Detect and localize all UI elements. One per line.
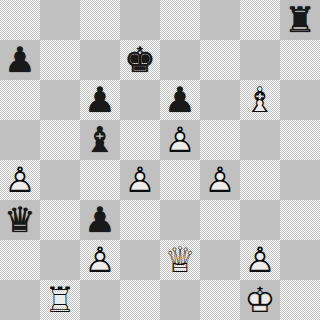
square-d7[interactable]: ♚ — [120, 40, 160, 80]
square-c7[interactable] — [80, 40, 120, 80]
black-bishop-piece[interactable]: ♝ — [80, 120, 120, 160]
square-d8[interactable] — [120, 0, 160, 40]
square-g2[interactable]: ♟♙ — [240, 240, 280, 280]
square-a2[interactable] — [0, 240, 40, 280]
square-g3[interactable] — [240, 200, 280, 240]
square-c4[interactable] — [80, 160, 120, 200]
square-c3[interactable]: ♟ — [80, 200, 120, 240]
square-g6[interactable]: ♝♗ — [240, 80, 280, 120]
square-f6[interactable] — [200, 80, 240, 120]
black-pawn-piece-glyph: ♟ — [80, 80, 120, 120]
square-c5[interactable]: ♝ — [80, 120, 120, 160]
square-f4[interactable]: ♟♙ — [200, 160, 240, 200]
white-queen-piece[interactable]: ♛♕ — [160, 240, 200, 280]
square-g8[interactable] — [240, 0, 280, 40]
square-g7[interactable] — [240, 40, 280, 80]
black-pawn-piece-glyph: ♟ — [160, 80, 200, 120]
white-king-piece[interactable]: ♚♔ — [240, 280, 280, 320]
white-pawn-piece-outline-layer: ♙ — [240, 240, 280, 280]
square-a7[interactable]: ♟ — [0, 40, 40, 80]
white-pawn-piece-outline-layer: ♙ — [200, 160, 240, 200]
square-e5[interactable]: ♟♙ — [160, 120, 200, 160]
square-h7[interactable] — [280, 40, 320, 80]
square-f8[interactable] — [200, 0, 240, 40]
white-king-piece-outline-layer: ♔ — [240, 280, 280, 320]
white-rook-piece-outline-layer: ♖ — [40, 280, 80, 320]
square-h4[interactable] — [280, 160, 320, 200]
black-king-piece[interactable]: ♚ — [120, 40, 160, 80]
square-e2[interactable]: ♛♕ — [160, 240, 200, 280]
square-c2[interactable]: ♟♙ — [80, 240, 120, 280]
black-pawn-piece[interactable]: ♟ — [80, 200, 120, 240]
square-a1[interactable] — [0, 280, 40, 320]
square-c6[interactable]: ♟ — [80, 80, 120, 120]
square-e3[interactable] — [160, 200, 200, 240]
square-d2[interactable] — [120, 240, 160, 280]
square-g4[interactable] — [240, 160, 280, 200]
white-pawn-piece[interactable]: ♟♙ — [120, 160, 160, 200]
black-queen-piece[interactable]: ♛ — [0, 200, 40, 240]
square-d1[interactable] — [120, 280, 160, 320]
square-f5[interactable] — [200, 120, 240, 160]
square-h5[interactable] — [280, 120, 320, 160]
white-rook-piece[interactable]: ♜♖ — [40, 280, 80, 320]
square-b1[interactable]: ♜♖ — [40, 280, 80, 320]
square-h6[interactable] — [280, 80, 320, 120]
square-c1[interactable] — [80, 280, 120, 320]
white-pawn-piece-outline-layer: ♙ — [160, 120, 200, 160]
square-f2[interactable] — [200, 240, 240, 280]
square-a8[interactable] — [0, 0, 40, 40]
black-rook-piece[interactable]: ♜ — [280, 0, 320, 40]
white-bishop-piece[interactable]: ♝♗ — [240, 80, 280, 120]
black-rook-piece-glyph: ♜ — [280, 0, 320, 40]
square-c8[interactable] — [80, 0, 120, 40]
square-f7[interactable] — [200, 40, 240, 80]
white-pawn-piece[interactable]: ♟♙ — [200, 160, 240, 200]
white-pawn-piece-outline-layer: ♙ — [0, 160, 40, 200]
square-d6[interactable] — [120, 80, 160, 120]
square-h1[interactable] — [280, 280, 320, 320]
square-b6[interactable] — [40, 80, 80, 120]
square-a6[interactable] — [0, 80, 40, 120]
square-e7[interactable] — [160, 40, 200, 80]
white-queen-piece-outline-layer: ♕ — [160, 240, 200, 280]
square-h3[interactable] — [280, 200, 320, 240]
square-a4[interactable]: ♟♙ — [0, 160, 40, 200]
square-b3[interactable] — [40, 200, 80, 240]
white-bishop-piece-outline-layer: ♗ — [240, 80, 280, 120]
white-pawn-piece[interactable]: ♟♙ — [160, 120, 200, 160]
white-pawn-piece[interactable]: ♟♙ — [0, 160, 40, 200]
square-h8[interactable]: ♜ — [280, 0, 320, 40]
square-a3[interactable]: ♛ — [0, 200, 40, 240]
black-queen-piece-glyph: ♛ — [0, 200, 40, 240]
black-pawn-piece[interactable]: ♟ — [160, 80, 200, 120]
square-d3[interactable] — [120, 200, 160, 240]
square-b7[interactable] — [40, 40, 80, 80]
square-h2[interactable] — [280, 240, 320, 280]
square-b2[interactable] — [40, 240, 80, 280]
black-bishop-piece-glyph: ♝ — [80, 120, 120, 160]
white-pawn-piece[interactable]: ♟♙ — [80, 240, 120, 280]
square-a5[interactable] — [0, 120, 40, 160]
square-b5[interactable] — [40, 120, 80, 160]
square-b8[interactable] — [40, 0, 80, 40]
black-king-piece-glyph: ♚ — [120, 40, 160, 80]
square-d4[interactable]: ♟♙ — [120, 160, 160, 200]
square-e1[interactable] — [160, 280, 200, 320]
square-d5[interactable] — [120, 120, 160, 160]
square-g1[interactable]: ♚♔ — [240, 280, 280, 320]
white-pawn-piece-outline-layer: ♙ — [80, 240, 120, 280]
black-pawn-piece-glyph: ♟ — [80, 200, 120, 240]
square-e8[interactable] — [160, 0, 200, 40]
square-b4[interactable] — [40, 160, 80, 200]
square-f3[interactable] — [200, 200, 240, 240]
square-f1[interactable] — [200, 280, 240, 320]
black-pawn-piece[interactable]: ♟ — [80, 80, 120, 120]
square-e4[interactable] — [160, 160, 200, 200]
black-pawn-piece[interactable]: ♟ — [0, 40, 40, 80]
square-g5[interactable] — [240, 120, 280, 160]
chess-board: ♜♟♚♟♟♝♗♝♟♙♟♙♟♙♟♙♛♟♟♙♛♕♟♙♜♖♚♔ — [0, 0, 320, 320]
square-e6[interactable]: ♟ — [160, 80, 200, 120]
black-pawn-piece-glyph: ♟ — [0, 40, 40, 80]
white-pawn-piece[interactable]: ♟♙ — [240, 240, 280, 280]
white-pawn-piece-outline-layer: ♙ — [120, 160, 160, 200]
